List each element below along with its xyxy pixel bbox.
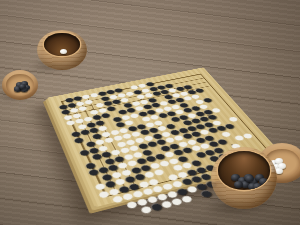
black-stone-bowl <box>211 147 277 209</box>
captured-black-lid-inner <box>6 74 33 96</box>
black-stone-bowl-opening <box>218 151 271 189</box>
loose-black-stone <box>19 84 26 90</box>
black-stone-8-1[interactable]: ● <box>72 136 84 144</box>
loose-white-stone <box>60 49 67 54</box>
white-stone-bowl-opening <box>44 33 80 56</box>
white-stone-bowl <box>37 30 87 70</box>
loose-black-stone <box>253 183 262 190</box>
black-stone-19-10[interactable]: ● <box>198 188 213 198</box>
go-scene: ●●●●●●●●●●●●●●●●●●●●●●●●●●●●●●●●●●●●●●●●… <box>0 0 300 225</box>
captured-black-lid <box>2 70 38 100</box>
